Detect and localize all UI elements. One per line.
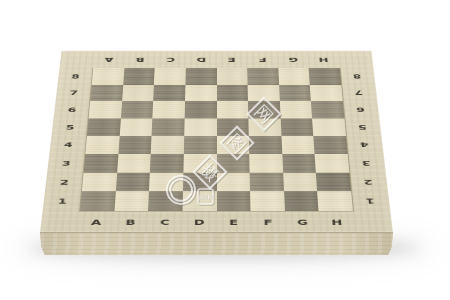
square-h5	[312, 118, 346, 136]
square-e2	[217, 173, 251, 192]
square-g5	[280, 118, 313, 136]
rank-label-right-1: 1	[366, 198, 376, 205]
file-label-near-c: C	[160, 218, 170, 226]
square-d2	[183, 173, 217, 192]
square-f8	[247, 68, 279, 84]
square-c6	[153, 101, 185, 118]
square-d1	[182, 191, 216, 210]
square-f5	[248, 118, 281, 136]
square-c2	[149, 173, 183, 192]
rank-label-left-2: 2	[60, 178, 69, 185]
square-c4	[151, 136, 184, 154]
square-f7	[248, 85, 280, 102]
board-grid	[80, 68, 353, 211]
file-label-far-a: A	[105, 57, 114, 63]
square-h4	[314, 136, 348, 154]
square-e1	[217, 191, 251, 210]
square-f3	[249, 154, 283, 172]
square-g6	[280, 101, 313, 118]
rank-label-left-5: 5	[66, 124, 75, 131]
file-label-far-h: H	[319, 57, 329, 63]
rank-label-right-6: 6	[357, 107, 366, 113]
file-label-far-d: D	[196, 57, 206, 63]
square-d6	[185, 101, 217, 118]
rank-label-right-5: 5	[358, 124, 367, 131]
square-h7	[310, 85, 343, 102]
square-g7	[279, 85, 311, 102]
file-labels-far: ABCDEFGH	[93, 51, 339, 68]
square-c3	[150, 154, 184, 172]
square-e8	[217, 68, 248, 84]
file-label-far-c: C	[166, 57, 175, 63]
square-c7	[153, 85, 185, 102]
square-b8	[123, 68, 155, 84]
square-d7	[185, 85, 217, 102]
square-a1	[80, 191, 115, 210]
square-a8	[92, 68, 124, 84]
square-h2	[316, 173, 351, 192]
square-b3	[117, 154, 151, 172]
square-g8	[278, 68, 310, 84]
square-b4	[118, 136, 152, 154]
square-h1	[317, 191, 352, 210]
square-a7	[90, 85, 123, 102]
square-b1	[114, 191, 149, 210]
square-d3	[183, 154, 216, 172]
square-a4	[85, 136, 119, 154]
file-label-far-b: B	[135, 57, 144, 63]
square-g4	[281, 136, 315, 154]
rank-label-right-2: 2	[364, 178, 373, 185]
file-label-near-f: F	[264, 218, 273, 226]
square-h8	[309, 68, 341, 84]
scene: ABCDEFGH ABCDEFGH 87654321 87654321 摄图网	[0, 0, 450, 300]
file-label-near-b: B	[125, 218, 135, 226]
file-label-near-h: H	[331, 218, 342, 226]
file-labels-near: ABCDEFGH	[78, 211, 355, 233]
rank-label-right-3: 3	[362, 160, 371, 167]
square-d8	[185, 68, 216, 84]
square-a6	[89, 101, 122, 118]
square-a5	[87, 118, 121, 136]
square-b6	[121, 101, 154, 118]
square-e3	[217, 154, 250, 172]
square-e4	[217, 136, 250, 154]
file-label-near-g: G	[297, 218, 308, 226]
chessboard: ABCDEFGH ABCDEFGH 87654321 87654321	[40, 51, 393, 233]
rank-label-left-7: 7	[69, 90, 78, 96]
square-f1	[250, 191, 285, 210]
square-a2	[82, 173, 117, 192]
square-g2	[283, 173, 318, 192]
square-c5	[152, 118, 185, 136]
square-b7	[122, 85, 154, 102]
rank-label-left-1: 1	[58, 198, 68, 205]
square-e5	[217, 118, 249, 136]
square-f6	[248, 101, 280, 118]
file-label-near-d: D	[194, 218, 205, 226]
square-c8	[154, 68, 186, 84]
rank-label-left-3: 3	[62, 160, 71, 167]
square-b2	[116, 173, 151, 192]
square-d5	[184, 118, 216, 136]
square-e6	[217, 101, 249, 118]
rank-label-right-8: 8	[353, 73, 362, 79]
file-label-near-a: A	[91, 218, 102, 226]
rank-label-right-4: 4	[360, 142, 369, 149]
square-h6	[311, 101, 344, 118]
square-b5	[119, 118, 152, 136]
file-label-far-g: G	[288, 57, 298, 63]
rank-label-left-8: 8	[71, 73, 80, 79]
square-f2	[250, 173, 284, 192]
rank-label-left-4: 4	[64, 142, 73, 149]
square-c1	[148, 191, 183, 210]
board-front-face	[40, 232, 393, 255]
square-h3	[315, 154, 350, 172]
rank-label-left-6: 6	[67, 107, 76, 113]
square-g3	[282, 154, 316, 172]
square-e7	[217, 85, 249, 102]
file-label-near-e: E	[229, 218, 238, 226]
square-g1	[284, 191, 319, 210]
square-f4	[249, 136, 282, 154]
square-d4	[184, 136, 217, 154]
file-label-far-e: E	[228, 57, 236, 63]
square-a3	[84, 154, 119, 172]
rank-label-right-7: 7	[355, 90, 364, 96]
file-label-far-f: F	[258, 57, 266, 63]
